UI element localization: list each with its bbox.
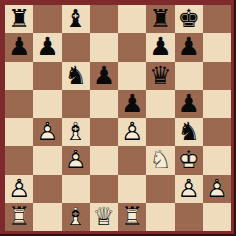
square-e1[interactable]: ♜♖ [118, 203, 146, 231]
square-g6[interactable] [175, 62, 203, 90]
black-pawn[interactable]: ♟ [175, 90, 203, 118]
white-king[interactable]: ♚♔ [175, 146, 203, 174]
square-f7[interactable]: ♟ [146, 33, 174, 61]
square-g4[interactable]: ♞ [175, 118, 203, 146]
square-c5[interactable] [62, 90, 90, 118]
square-h8[interactable] [203, 5, 231, 33]
black-pawn[interactable]: ♟ [118, 90, 146, 118]
white-bishop[interactable]: ♝♗ [62, 118, 90, 146]
white-pawn[interactable]: ♟♙ [203, 175, 231, 203]
black-pawn[interactable]: ♟ [175, 33, 203, 61]
black-bishop[interactable]: ♝ [62, 5, 90, 33]
square-d1[interactable]: ♛♕ [90, 203, 118, 231]
square-c3[interactable]: ♟♙ [62, 146, 90, 174]
black-pawn[interactable]: ♟ [146, 33, 174, 61]
square-h2[interactable]: ♟♙ [203, 175, 231, 203]
square-b1[interactable] [33, 203, 61, 231]
square-a4[interactable] [5, 118, 33, 146]
square-c4[interactable]: ♝♗ [62, 118, 90, 146]
square-h4[interactable] [203, 118, 231, 146]
black-knight[interactable]: ♞ [175, 118, 203, 146]
white-pawn[interactable]: ♟♙ [33, 118, 61, 146]
square-f3[interactable]: ♞♘ [146, 146, 174, 174]
white-pawn[interactable]: ♟♙ [175, 175, 203, 203]
square-b8[interactable] [33, 5, 61, 33]
square-h1[interactable] [203, 203, 231, 231]
white-rook[interactable]: ♜♖ [5, 203, 33, 231]
square-b2[interactable] [33, 175, 61, 203]
square-h7[interactable] [203, 33, 231, 61]
square-d5[interactable] [90, 90, 118, 118]
white-queen[interactable]: ♛♕ [90, 203, 118, 231]
square-f1[interactable] [146, 203, 174, 231]
black-pawn[interactable]: ♟ [5, 33, 33, 61]
chess-board-frame: ♜♝♜♚♟♟♟♟♞♟♛♟♟♟♙♝♗♟♙♞♟♙♞♘♚♔♟♙♟♙♟♙♜♖♝♗♛♕♜♖ [0, 0, 236, 236]
square-a7[interactable]: ♟ [5, 33, 33, 61]
black-rook[interactable]: ♜ [5, 5, 33, 33]
square-e5[interactable]: ♟ [118, 90, 146, 118]
chess-board: ♜♝♜♚♟♟♟♟♞♟♛♟♟♟♙♝♗♟♙♞♟♙♞♘♚♔♟♙♟♙♟♙♜♖♝♗♛♕♜♖ [5, 5, 231, 231]
square-d8[interactable] [90, 5, 118, 33]
white-pawn[interactable]: ♟♙ [62, 146, 90, 174]
square-b5[interactable] [33, 90, 61, 118]
square-a2[interactable]: ♟♙ [5, 175, 33, 203]
square-c6[interactable]: ♞ [62, 62, 90, 90]
square-a6[interactable] [5, 62, 33, 90]
square-b6[interactable] [33, 62, 61, 90]
square-c7[interactable] [62, 33, 90, 61]
square-g1[interactable] [175, 203, 203, 231]
white-rook[interactable]: ♜♖ [118, 203, 146, 231]
white-knight[interactable]: ♞♘ [146, 146, 174, 174]
black-rook[interactable]: ♜ [146, 5, 174, 33]
square-c1[interactable]: ♝♗ [62, 203, 90, 231]
square-d3[interactable] [90, 146, 118, 174]
square-c8[interactable]: ♝ [62, 5, 90, 33]
square-e7[interactable] [118, 33, 146, 61]
square-e3[interactable] [118, 146, 146, 174]
square-d6[interactable]: ♟ [90, 62, 118, 90]
square-h6[interactable] [203, 62, 231, 90]
square-a8[interactable]: ♜ [5, 5, 33, 33]
black-pawn[interactable]: ♟ [90, 62, 118, 90]
square-e4[interactable]: ♟♙ [118, 118, 146, 146]
square-f5[interactable] [146, 90, 174, 118]
square-a5[interactable] [5, 90, 33, 118]
square-d4[interactable] [90, 118, 118, 146]
square-f4[interactable] [146, 118, 174, 146]
square-e8[interactable] [118, 5, 146, 33]
square-b7[interactable]: ♟ [33, 33, 61, 61]
black-pawn[interactable]: ♟ [33, 33, 61, 61]
black-king[interactable]: ♚ [175, 5, 203, 33]
square-g8[interactable]: ♚ [175, 5, 203, 33]
white-bishop[interactable]: ♝♗ [62, 203, 90, 231]
square-e2[interactable] [118, 175, 146, 203]
square-c2[interactable] [62, 175, 90, 203]
square-g7[interactable]: ♟ [175, 33, 203, 61]
square-f2[interactable] [146, 175, 174, 203]
square-g2[interactable]: ♟♙ [175, 175, 203, 203]
square-f6[interactable]: ♛ [146, 62, 174, 90]
square-g5[interactable]: ♟ [175, 90, 203, 118]
square-f8[interactable]: ♜ [146, 5, 174, 33]
square-a3[interactable] [5, 146, 33, 174]
black-queen[interactable]: ♛ [146, 62, 174, 90]
square-h5[interactable] [203, 90, 231, 118]
square-b4[interactable]: ♟♙ [33, 118, 61, 146]
square-d7[interactable] [90, 33, 118, 61]
black-knight[interactable]: ♞ [62, 62, 90, 90]
square-h3[interactable] [203, 146, 231, 174]
square-a1[interactable]: ♜♖ [5, 203, 33, 231]
square-e6[interactable] [118, 62, 146, 90]
square-d2[interactable] [90, 175, 118, 203]
square-g3[interactable]: ♚♔ [175, 146, 203, 174]
white-pawn[interactable]: ♟♙ [118, 118, 146, 146]
white-pawn[interactable]: ♟♙ [5, 175, 33, 203]
square-b3[interactable] [33, 146, 61, 174]
